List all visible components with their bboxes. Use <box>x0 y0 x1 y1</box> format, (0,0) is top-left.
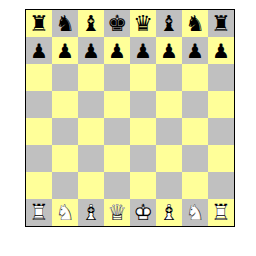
square-b1[interactable]: ♞♘ <box>52 199 78 226</box>
white-bishop-icon: ♗ <box>156 199 182 226</box>
white-queen-icon: ♕ <box>104 199 130 226</box>
square-d4[interactable] <box>104 118 130 145</box>
square-c7[interactable]: ♟ <box>78 37 104 64</box>
square-f7[interactable]: ♟ <box>156 37 182 64</box>
black-knight-piece: ♞ <box>52 10 78 37</box>
square-d8[interactable]: ♚ <box>104 10 130 37</box>
black-bishop-piece: ♝ <box>78 10 104 37</box>
black-rook-piece: ♜ <box>26 10 52 37</box>
square-g1[interactable]: ♞♘ <box>182 199 208 226</box>
white-queen-piece: ♛♕ <box>104 199 130 226</box>
black-pawn-icon: ♟ <box>104 37 130 64</box>
black-rook-piece: ♜ <box>208 10 234 37</box>
black-bishop-piece: ♝ <box>156 10 182 37</box>
black-bishop-icon: ♝ <box>78 10 104 37</box>
black-pawn-piece: ♟ <box>156 37 182 64</box>
square-g6[interactable] <box>182 64 208 91</box>
black-pawn-piece: ♟ <box>104 37 130 64</box>
square-a1[interactable]: ♜♖ <box>26 199 52 226</box>
black-knight-icon: ♞ <box>52 10 78 37</box>
square-e7[interactable]: ♟ <box>130 37 156 64</box>
white-bishop-icon: ♗ <box>78 199 104 226</box>
black-rook-icon: ♜ <box>208 10 234 37</box>
white-rook-piece: ♜♖ <box>208 199 234 226</box>
square-e2[interactable] <box>130 172 156 199</box>
black-pawn-icon: ♟ <box>208 37 234 64</box>
square-h1[interactable]: ♜♖ <box>208 199 234 226</box>
square-b8[interactable]: ♞ <box>52 10 78 37</box>
black-pawn-icon: ♟ <box>78 37 104 64</box>
square-e6[interactable] <box>130 64 156 91</box>
square-h2[interactable] <box>208 172 234 199</box>
square-e4[interactable] <box>130 118 156 145</box>
white-knight-piece: ♞♘ <box>52 199 78 226</box>
black-pawn-piece: ♟ <box>208 37 234 64</box>
black-knight-piece: ♞ <box>182 10 208 37</box>
white-rook-piece: ♜♖ <box>26 199 52 226</box>
square-e1[interactable]: ♚♔ <box>130 199 156 226</box>
square-a2[interactable] <box>26 172 52 199</box>
square-d5[interactable] <box>104 91 130 118</box>
square-a3[interactable] <box>26 145 52 172</box>
black-pawn-piece: ♟ <box>78 37 104 64</box>
black-pawn-piece: ♟ <box>52 37 78 64</box>
square-c1[interactable]: ♝♗ <box>78 199 104 226</box>
square-d1[interactable]: ♛♕ <box>104 199 130 226</box>
white-king-icon: ♔ <box>130 199 156 226</box>
square-f3[interactable] <box>156 145 182 172</box>
chess-app-page: ♜♞♝♚♛♝♞♜♟♟♟♟♟♟♟♟♜♖♞♘♝♗♛♕♚♔♝♗♞♘♜♖ <box>0 0 256 256</box>
square-a5[interactable] <box>26 91 52 118</box>
square-c5[interactable] <box>78 91 104 118</box>
square-f1[interactable]: ♝♗ <box>156 199 182 226</box>
white-knight-icon: ♘ <box>182 199 208 226</box>
square-b3[interactable] <box>52 145 78 172</box>
square-e3[interactable] <box>130 145 156 172</box>
white-bishop-piece: ♝♗ <box>78 199 104 226</box>
black-king-piece: ♚ <box>104 10 130 37</box>
square-f8[interactable]: ♝ <box>156 10 182 37</box>
white-king-piece: ♚♔ <box>130 199 156 226</box>
square-h4[interactable] <box>208 118 234 145</box>
square-d3[interactable] <box>104 145 130 172</box>
square-b2[interactable] <box>52 172 78 199</box>
black-pawn-icon: ♟ <box>26 37 52 64</box>
square-a6[interactable] <box>26 64 52 91</box>
white-rook-icon: ♖ <box>26 199 52 226</box>
square-b4[interactable] <box>52 118 78 145</box>
square-h3[interactable] <box>208 145 234 172</box>
chess-board: ♜♞♝♚♛♝♞♜♟♟♟♟♟♟♟♟♜♖♞♘♝♗♛♕♚♔♝♗♞♘♜♖ <box>25 9 235 227</box>
square-f6[interactable] <box>156 64 182 91</box>
black-pawn-icon: ♟ <box>52 37 78 64</box>
square-d6[interactable] <box>104 64 130 91</box>
square-c2[interactable] <box>78 172 104 199</box>
white-rook-icon: ♖ <box>208 199 234 226</box>
black-knight-icon: ♞ <box>182 10 208 37</box>
black-rook-icon: ♜ <box>26 10 52 37</box>
square-g4[interactable] <box>182 118 208 145</box>
square-d2[interactable] <box>104 172 130 199</box>
square-e5[interactable] <box>130 91 156 118</box>
square-h8[interactable]: ♜ <box>208 10 234 37</box>
black-pawn-icon: ♟ <box>182 37 208 64</box>
white-knight-icon: ♘ <box>52 199 78 226</box>
square-e8[interactable]: ♛ <box>130 10 156 37</box>
square-a8[interactable]: ♜ <box>26 10 52 37</box>
square-g8[interactable]: ♞ <box>182 10 208 37</box>
square-h6[interactable] <box>208 64 234 91</box>
square-a4[interactable] <box>26 118 52 145</box>
square-b5[interactable] <box>52 91 78 118</box>
black-pawn-piece: ♟ <box>26 37 52 64</box>
square-g7[interactable]: ♟ <box>182 37 208 64</box>
black-queen-piece: ♛ <box>130 10 156 37</box>
square-b6[interactable] <box>52 64 78 91</box>
black-queen-icon: ♛ <box>130 10 156 37</box>
black-pawn-piece: ♟ <box>130 37 156 64</box>
black-pawn-icon: ♟ <box>156 37 182 64</box>
black-king-icon: ♚ <box>104 10 130 37</box>
square-h7[interactable]: ♟ <box>208 37 234 64</box>
black-pawn-icon: ♟ <box>130 37 156 64</box>
square-g5[interactable] <box>182 91 208 118</box>
square-d7[interactable]: ♟ <box>104 37 130 64</box>
black-pawn-piece: ♟ <box>182 37 208 64</box>
square-f4[interactable] <box>156 118 182 145</box>
square-f2[interactable] <box>156 172 182 199</box>
square-c8[interactable]: ♝ <box>78 10 104 37</box>
square-b7[interactable]: ♟ <box>52 37 78 64</box>
white-knight-piece: ♞♘ <box>182 199 208 226</box>
square-f5[interactable] <box>156 91 182 118</box>
square-g2[interactable] <box>182 172 208 199</box>
square-c3[interactable] <box>78 145 104 172</box>
white-bishop-piece: ♝♗ <box>156 199 182 226</box>
black-bishop-icon: ♝ <box>156 10 182 37</box>
square-c6[interactable] <box>78 64 104 91</box>
square-c4[interactable] <box>78 118 104 145</box>
square-h5[interactable] <box>208 91 234 118</box>
square-a7[interactable]: ♟ <box>26 37 52 64</box>
square-g3[interactable] <box>182 145 208 172</box>
